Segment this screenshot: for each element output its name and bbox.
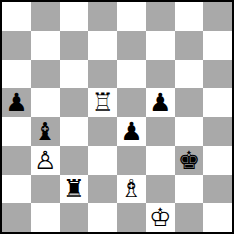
square-f7[interactable] [146,31,175,60]
square-g5[interactable] [175,88,204,117]
square-b3[interactable]: ♟♙ [31,146,60,175]
square-g3[interactable]: ♚ [175,146,204,175]
square-f2[interactable] [146,175,175,204]
square-e3[interactable] [117,146,146,175]
square-g6[interactable] [175,60,204,89]
square-f1[interactable]: ♚♔ [146,203,175,232]
piece-black-king[interactable]: ♚ [175,146,204,175]
square-d7[interactable] [88,31,117,60]
square-h8[interactable] [203,2,232,31]
square-h6[interactable] [203,60,232,89]
square-d6[interactable] [88,60,117,89]
square-d3[interactable] [88,146,117,175]
square-g2[interactable] [175,175,204,204]
square-e5[interactable] [117,88,146,117]
square-h3[interactable] [203,146,232,175]
square-g1[interactable] [175,203,204,232]
square-h1[interactable] [203,203,232,232]
square-h4[interactable] [203,117,232,146]
square-f8[interactable] [146,2,175,31]
black-pawn-glyph: ♟ [117,117,146,146]
square-h7[interactable] [203,31,232,60]
piece-black-pawn[interactable]: ♟ [2,88,31,117]
square-f5[interactable]: ♟ [146,88,175,117]
square-h2[interactable] [203,175,232,204]
square-f3[interactable] [146,146,175,175]
square-a4[interactable] [2,117,31,146]
square-f4[interactable] [146,117,175,146]
piece-black-rook[interactable]: ♜ [60,175,89,204]
square-h5[interactable] [203,88,232,117]
square-b4[interactable]: ♝ [31,117,60,146]
square-d1[interactable] [88,203,117,232]
white-rook-outline-glyph: ♖ [88,88,117,117]
square-b6[interactable] [31,60,60,89]
piece-black-pawn[interactable]: ♟ [146,88,175,117]
square-c2[interactable]: ♜ [60,175,89,204]
square-c5[interactable] [60,88,89,117]
square-e4[interactable]: ♟ [117,117,146,146]
square-c3[interactable] [60,146,89,175]
square-e7[interactable] [117,31,146,60]
black-pawn-glyph: ♟ [2,88,31,117]
square-c4[interactable] [60,117,89,146]
square-a6[interactable] [2,60,31,89]
square-d2[interactable] [88,175,117,204]
square-e1[interactable] [117,203,146,232]
square-c8[interactable] [60,2,89,31]
black-pawn-glyph: ♟ [146,88,175,117]
square-d4[interactable] [88,117,117,146]
square-e2[interactable]: ♝♗ [117,175,146,204]
square-c7[interactable] [60,31,89,60]
black-bishop-glyph: ♝ [31,117,60,146]
square-g4[interactable] [175,117,204,146]
square-b8[interactable] [31,2,60,31]
black-king-glyph: ♚ [175,146,204,175]
square-g7[interactable] [175,31,204,60]
piece-black-pawn[interactable]: ♟ [117,117,146,146]
white-king-outline-glyph: ♔ [146,203,175,232]
square-a7[interactable] [2,31,31,60]
square-g8[interactable] [175,2,204,31]
square-f6[interactable] [146,60,175,89]
square-a8[interactable] [2,2,31,31]
piece-white-king[interactable]: ♚♔ [146,203,175,232]
square-a2[interactable] [2,175,31,204]
square-b2[interactable] [31,175,60,204]
square-a3[interactable] [2,146,31,175]
piece-white-pawn[interactable]: ♟♙ [31,146,60,175]
square-e8[interactable] [117,2,146,31]
square-a5[interactable]: ♟ [2,88,31,117]
square-c6[interactable] [60,60,89,89]
square-c1[interactable] [60,203,89,232]
piece-white-rook[interactable]: ♜♖ [88,88,117,117]
square-b7[interactable] [31,31,60,60]
square-b5[interactable] [31,88,60,117]
square-e6[interactable] [117,60,146,89]
square-d5[interactable]: ♜♖ [88,88,117,117]
white-bishop-outline-glyph: ♗ [117,175,146,204]
square-b1[interactable] [31,203,60,232]
piece-black-bishop[interactable]: ♝ [31,117,60,146]
square-d8[interactable] [88,2,117,31]
black-rook-glyph: ♜ [60,175,89,204]
square-a1[interactable] [2,203,31,232]
piece-white-bishop[interactable]: ♝♗ [117,175,146,204]
white-pawn-outline-glyph: ♙ [31,146,60,175]
chess-board: ♟♜♖♟♝♟♟♙♚♜♝♗♚♔ [0,0,234,234]
